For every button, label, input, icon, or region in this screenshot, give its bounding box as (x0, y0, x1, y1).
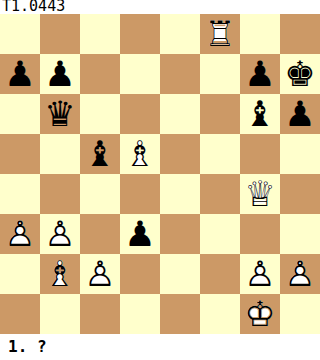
piece-outline: ♙ (280, 254, 320, 294)
square-c6[interactable] (80, 94, 120, 134)
black-bishop-piece[interactable]: ♝ (240, 94, 280, 134)
square-g5[interactable] (240, 134, 280, 174)
piece-glyph: ♟ (120, 214, 160, 254)
square-b6[interactable]: ♛ (40, 94, 80, 134)
square-d5[interactable]: ♝♗ (120, 134, 160, 174)
square-b4[interactable] (40, 174, 80, 214)
piece-outline: ♔ (240, 294, 280, 334)
square-a4[interactable] (0, 174, 40, 214)
square-d3[interactable]: ♟ (120, 214, 160, 254)
square-c2[interactable]: ♟♙ (80, 254, 120, 294)
black-king-piece[interactable]: ♚ (280, 54, 320, 94)
piece-outline: ♕ (240, 174, 280, 214)
square-h6[interactable]: ♟ (280, 94, 320, 134)
square-h5[interactable] (280, 134, 320, 174)
square-f3[interactable] (200, 214, 240, 254)
white-rook-piece[interactable]: ♜♖ (200, 14, 240, 54)
square-c3[interactable] (80, 214, 120, 254)
square-a8[interactable] (0, 14, 40, 54)
square-g1[interactable]: ♚♔ (240, 294, 280, 334)
white-king-piece[interactable]: ♚♔ (240, 294, 280, 334)
square-a2[interactable] (0, 254, 40, 294)
square-d6[interactable] (120, 94, 160, 134)
square-g6[interactable]: ♝ (240, 94, 280, 134)
square-h3[interactable] (280, 214, 320, 254)
black-pawn-piece[interactable]: ♟ (40, 54, 80, 94)
piece-glyph: ♟ (40, 54, 80, 94)
piece-glyph: ♟ (0, 54, 40, 94)
piece-outline: ♖ (200, 14, 240, 54)
piece-glyph: ♟ (240, 54, 280, 94)
piece-glyph: ♝ (240, 94, 280, 134)
square-e3[interactable] (160, 214, 200, 254)
square-h8[interactable] (280, 14, 320, 54)
square-a3[interactable]: ♟♙ (0, 214, 40, 254)
white-pawn-piece[interactable]: ♟♙ (0, 214, 40, 254)
square-b8[interactable] (40, 14, 80, 54)
square-h4[interactable] (280, 174, 320, 214)
square-a6[interactable] (0, 94, 40, 134)
square-e5[interactable] (160, 134, 200, 174)
square-b2[interactable]: ♝♗ (40, 254, 80, 294)
white-pawn-piece[interactable]: ♟♙ (280, 254, 320, 294)
square-e2[interactable] (160, 254, 200, 294)
white-pawn-piece[interactable]: ♟♙ (80, 254, 120, 294)
square-h7[interactable]: ♚ (280, 54, 320, 94)
square-a7[interactable]: ♟ (0, 54, 40, 94)
piece-outline: ♙ (80, 254, 120, 294)
square-c8[interactable] (80, 14, 120, 54)
piece-glyph: ♝ (80, 134, 120, 174)
piece-outline: ♗ (120, 134, 160, 174)
black-pawn-piece[interactable]: ♟ (120, 214, 160, 254)
piece-outline: ♙ (240, 254, 280, 294)
square-c7[interactable] (80, 54, 120, 94)
white-bishop-piece[interactable]: ♝♗ (120, 134, 160, 174)
square-d4[interactable] (120, 174, 160, 214)
square-e7[interactable] (160, 54, 200, 94)
square-b5[interactable] (40, 134, 80, 174)
square-f1[interactable] (200, 294, 240, 334)
square-a5[interactable] (0, 134, 40, 174)
square-d1[interactable] (120, 294, 160, 334)
square-e8[interactable] (160, 14, 200, 54)
square-f5[interactable] (200, 134, 240, 174)
black-queen-piece[interactable]: ♛ (40, 94, 80, 134)
square-b3[interactable]: ♟♙ (40, 214, 80, 254)
square-d2[interactable] (120, 254, 160, 294)
square-b7[interactable]: ♟ (40, 54, 80, 94)
square-e1[interactable] (160, 294, 200, 334)
square-c4[interactable] (80, 174, 120, 214)
piece-glyph: ♛ (40, 94, 80, 134)
square-g7[interactable]: ♟ (240, 54, 280, 94)
piece-glyph: ♚ (280, 54, 320, 94)
white-pawn-piece[interactable]: ♟♙ (40, 214, 80, 254)
white-queen-piece[interactable]: ♛♕ (240, 174, 280, 214)
square-f7[interactable] (200, 54, 240, 94)
square-a1[interactable] (0, 294, 40, 334)
square-g3[interactable] (240, 214, 280, 254)
black-pawn-piece[interactable]: ♟ (280, 94, 320, 134)
square-d7[interactable] (120, 54, 160, 94)
white-bishop-piece[interactable]: ♝♗ (40, 254, 80, 294)
square-b1[interactable] (40, 294, 80, 334)
square-h2[interactable]: ♟♙ (280, 254, 320, 294)
square-d8[interactable] (120, 14, 160, 54)
square-e4[interactable] (160, 174, 200, 214)
square-c5[interactable]: ♝ (80, 134, 120, 174)
piece-outline: ♙ (0, 214, 40, 254)
square-e6[interactable] (160, 94, 200, 134)
white-pawn-piece[interactable]: ♟♙ (240, 254, 280, 294)
black-pawn-piece[interactable]: ♟ (0, 54, 40, 94)
puzzle-title: T1.0443 (2, 0, 65, 13)
chess-board: ♜♖♟♟♟♚♛♝♟♝♝♗♛♕♟♙♟♙♟♝♗♟♙♟♙♟♙♚♔ (0, 14, 320, 334)
square-f2[interactable] (200, 254, 240, 294)
move-prompt: 1. ? (8, 337, 47, 356)
piece-glyph: ♟ (280, 94, 320, 134)
black-pawn-piece[interactable]: ♟ (240, 54, 280, 94)
piece-outline: ♙ (40, 214, 80, 254)
square-g4[interactable]: ♛♕ (240, 174, 280, 214)
square-f8[interactable]: ♜♖ (200, 14, 240, 54)
square-g2[interactable]: ♟♙ (240, 254, 280, 294)
black-bishop-piece[interactable]: ♝ (80, 134, 120, 174)
piece-outline: ♗ (40, 254, 80, 294)
square-f6[interactable] (200, 94, 240, 134)
square-h1[interactable] (280, 294, 320, 334)
square-f4[interactable] (200, 174, 240, 214)
square-c1[interactable] (80, 294, 120, 334)
square-g8[interactable] (240, 14, 280, 54)
